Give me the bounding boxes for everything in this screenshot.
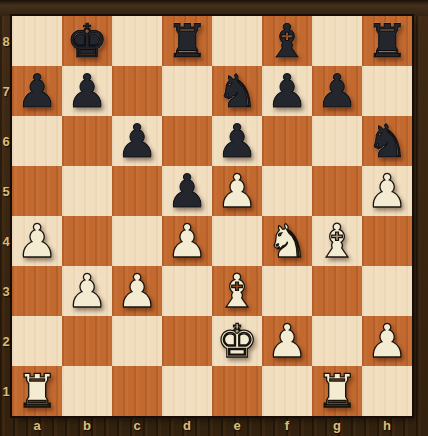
square-g5[interactable] — [312, 166, 362, 216]
square-a3[interactable] — [12, 266, 62, 316]
square-g8[interactable] — [312, 16, 362, 66]
black-rook-h8[interactable]: ♜ — [362, 16, 412, 66]
square-f2[interactable]: ♟ — [262, 316, 312, 366]
square-a4[interactable]: ♟ — [12, 216, 62, 266]
square-e3[interactable]: ♝ — [212, 266, 262, 316]
square-c1[interactable] — [112, 366, 162, 416]
square-e5[interactable]: ♟ — [212, 166, 262, 216]
file-label-g: g — [312, 416, 362, 436]
square-a8[interactable] — [12, 16, 62, 66]
rank-label-3: 3 — [0, 266, 12, 316]
file-label-h: h — [362, 416, 412, 436]
square-b1[interactable] — [62, 366, 112, 416]
rank-label-6: 6 — [0, 116, 12, 166]
white-bishop-e3[interactable]: ♝ — [212, 266, 262, 316]
rank-coordinates: 87654321 — [0, 16, 12, 416]
square-d7[interactable] — [162, 66, 212, 116]
square-g7[interactable]: ♟ — [312, 66, 362, 116]
square-a5[interactable] — [12, 166, 62, 216]
white-rook-g1[interactable]: ♜ — [312, 366, 362, 416]
square-d6[interactable] — [162, 116, 212, 166]
square-a2[interactable] — [12, 316, 62, 366]
square-f3[interactable] — [262, 266, 312, 316]
black-pawn-e6[interactable]: ♟ — [212, 116, 262, 166]
square-c4[interactable] — [112, 216, 162, 266]
square-h5[interactable]: ♟ — [362, 166, 412, 216]
white-pawn-b3[interactable]: ♟ — [62, 266, 112, 316]
square-d1[interactable] — [162, 366, 212, 416]
square-g3[interactable] — [312, 266, 362, 316]
white-pawn-h5[interactable]: ♟ — [362, 166, 412, 216]
white-king-e2[interactable]: ♚ — [212, 316, 262, 366]
square-f5[interactable] — [262, 166, 312, 216]
square-a1[interactable]: ♜ — [12, 366, 62, 416]
square-b8[interactable]: ♚ — [62, 16, 112, 66]
square-f4[interactable]: ♞ — [262, 216, 312, 266]
square-f6[interactable] — [262, 116, 312, 166]
square-b4[interactable] — [62, 216, 112, 266]
square-b5[interactable] — [62, 166, 112, 216]
file-label-b: b — [62, 416, 112, 436]
black-pawn-a7[interactable]: ♟ — [12, 66, 62, 116]
white-pawn-f2[interactable]: ♟ — [262, 316, 312, 366]
black-bishop-f8[interactable]: ♝ — [262, 16, 312, 66]
square-g1[interactable]: ♜ — [312, 366, 362, 416]
rank-label-8: 8 — [0, 16, 12, 66]
square-e2[interactable]: ♚ — [212, 316, 262, 366]
square-h3[interactable] — [362, 266, 412, 316]
rank-label-1: 1 — [0, 366, 12, 416]
chess-board-frame: 87654321 ♚♜♝♜♟♟♞♟♟♟♟♞♟♟♟♟♟♞♝♟♟♝♚♟♟♜♜ abc… — [0, 0, 428, 436]
rank-label-5: 5 — [0, 166, 12, 216]
square-d5[interactable]: ♟ — [162, 166, 212, 216]
square-c5[interactable] — [112, 166, 162, 216]
square-d8[interactable]: ♜ — [162, 16, 212, 66]
rank-label-4: 4 — [0, 216, 12, 266]
square-h7[interactable] — [362, 66, 412, 116]
file-label-e: e — [212, 416, 262, 436]
black-knight-e7[interactable]: ♞ — [212, 66, 262, 116]
black-pawn-d5[interactable]: ♟ — [162, 166, 212, 216]
file-coordinates: abcdefgh — [12, 416, 412, 436]
rank-label-7: 7 — [0, 66, 12, 116]
white-pawn-c3[interactable]: ♟ — [112, 266, 162, 316]
chess-board: ♚♜♝♜♟♟♞♟♟♟♟♞♟♟♟♟♟♞♝♟♟♝♚♟♟♜♜ — [12, 16, 412, 416]
square-d3[interactable] — [162, 266, 212, 316]
square-c6[interactable]: ♟ — [112, 116, 162, 166]
square-f8[interactable]: ♝ — [262, 16, 312, 66]
white-pawn-e5[interactable]: ♟ — [212, 166, 262, 216]
square-g4[interactable]: ♝ — [312, 216, 362, 266]
black-rook-d8[interactable]: ♜ — [162, 16, 212, 66]
black-pawn-g7[interactable]: ♟ — [312, 66, 362, 116]
square-g2[interactable] — [312, 316, 362, 366]
square-h4[interactable] — [362, 216, 412, 266]
black-pawn-f7[interactable]: ♟ — [262, 66, 312, 116]
square-e6[interactable]: ♟ — [212, 116, 262, 166]
file-label-d: d — [162, 416, 212, 436]
black-king-b8[interactable]: ♚ — [62, 16, 112, 66]
square-c7[interactable] — [112, 66, 162, 116]
square-f1[interactable] — [262, 366, 312, 416]
square-a6[interactable] — [12, 116, 62, 166]
rank-label-2: 2 — [0, 316, 12, 366]
file-label-a: a — [12, 416, 62, 436]
file-label-c: c — [112, 416, 162, 436]
white-knight-f4[interactable]: ♞ — [262, 216, 312, 266]
square-h8[interactable]: ♜ — [362, 16, 412, 66]
square-h2[interactable]: ♟ — [362, 316, 412, 366]
black-pawn-c6[interactable]: ♟ — [112, 116, 162, 166]
square-b7[interactable]: ♟ — [62, 66, 112, 116]
square-c3[interactable]: ♟ — [112, 266, 162, 316]
square-b2[interactable] — [62, 316, 112, 366]
square-f7[interactable]: ♟ — [262, 66, 312, 116]
file-label-f: f — [262, 416, 312, 436]
square-h1[interactable] — [362, 366, 412, 416]
square-d2[interactable] — [162, 316, 212, 366]
square-g6[interactable] — [312, 116, 362, 166]
square-c2[interactable] — [112, 316, 162, 366]
square-e7[interactable]: ♞ — [212, 66, 262, 116]
white-pawn-d4[interactable]: ♟ — [162, 216, 212, 266]
black-knight-h6[interactable]: ♞ — [362, 116, 412, 166]
square-b3[interactable]: ♟ — [62, 266, 112, 316]
white-pawn-h2[interactable]: ♟ — [362, 316, 412, 366]
square-e8[interactable] — [212, 16, 262, 66]
square-c8[interactable] — [112, 16, 162, 66]
square-d4[interactable]: ♟ — [162, 216, 212, 266]
square-h6[interactable]: ♞ — [362, 116, 412, 166]
white-rook-a1[interactable]: ♜ — [12, 366, 62, 416]
white-pawn-a4[interactable]: ♟ — [12, 216, 62, 266]
black-pawn-b7[interactable]: ♟ — [62, 66, 112, 116]
square-e4[interactable] — [212, 216, 262, 266]
white-bishop-g4[interactable]: ♝ — [312, 216, 362, 266]
square-e1[interactable] — [212, 366, 262, 416]
square-a7[interactable]: ♟ — [12, 66, 62, 116]
square-b6[interactable] — [62, 116, 112, 166]
